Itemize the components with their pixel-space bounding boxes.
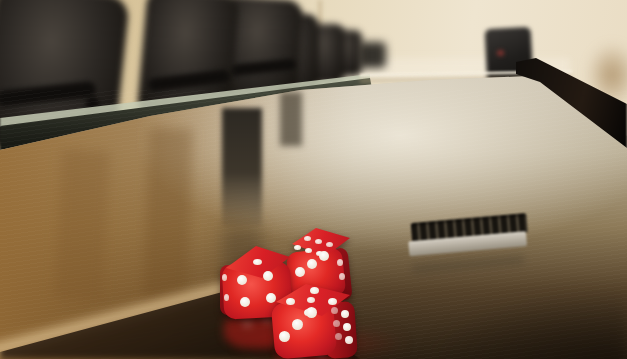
die-3-top-pip	[286, 298, 295, 305]
reflection-pip	[244, 320, 251, 326]
bottom-right-vignette	[430, 290, 627, 359]
die-1-top-pip	[253, 259, 262, 265]
chair-pedestal-column	[222, 108, 262, 226]
die-3-side-pip	[341, 310, 349, 318]
die-2-side-pip	[339, 273, 345, 280]
die-3-top-pip	[328, 298, 337, 305]
die-3-front-pip	[279, 331, 290, 342]
die-2-top-pip	[304, 236, 311, 241]
die-3-side-pip	[333, 320, 340, 327]
die-2-top-pip	[326, 242, 333, 247]
die-2-front-pip	[319, 251, 329, 261]
die-1-side-pip	[224, 294, 229, 301]
die-3	[268, 280, 358, 359]
die-2-top-pip	[315, 239, 322, 244]
reflection-streak-2	[143, 127, 193, 303]
boardroom-dice-photo	[0, 0, 627, 359]
die-1-side-pip	[222, 274, 227, 281]
die-1-front-pip	[240, 297, 250, 307]
die-3-side-pip	[335, 333, 342, 340]
die-1-front-pip	[237, 275, 247, 285]
die-3-side-pip	[343, 323, 351, 331]
die-3-front-pip	[306, 307, 317, 318]
die-3-top-pip	[310, 287, 319, 294]
die-3-side-pip	[345, 336, 353, 344]
die-2-top-pip	[305, 248, 312, 253]
office-chair-7	[358, 42, 386, 68]
die-3-front-pip	[292, 319, 303, 330]
reflection-streak-3	[280, 92, 302, 146]
die-2-front-pip	[295, 267, 305, 277]
clock-red-glow	[497, 50, 504, 56]
reflection-streak-1	[54, 149, 110, 301]
die-2-front-pip	[307, 259, 317, 269]
die-2-top-pip	[294, 245, 301, 250]
die-3-top-pip	[307, 297, 315, 303]
die-3-side-pip	[331, 307, 338, 314]
die-2-side-pip	[337, 259, 343, 266]
